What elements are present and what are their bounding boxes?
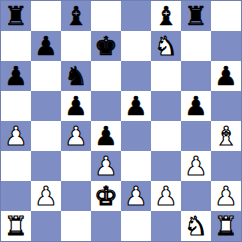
piece-white-pawn-icon: ♟	[184, 151, 207, 181]
square-g4[interactable]	[181, 121, 211, 151]
piece-white-pawn-icon: ♟	[214, 181, 237, 211]
square-d3[interactable]: ♟	[91, 151, 121, 181]
square-h5[interactable]	[211, 91, 241, 121]
square-e5[interactable]: ♟	[121, 91, 151, 121]
square-c7[interactable]	[61, 31, 91, 61]
chess-diagram: ♜♝♝♜♟♚♞♟♞♟♟♟♟♟♟♟♝♟♟♟♚♟♟♟♜♞♜	[0, 0, 242, 242]
square-a2[interactable]	[1, 181, 31, 211]
square-g1[interactable]: ♞	[181, 211, 211, 241]
square-h8[interactable]	[211, 1, 241, 31]
piece-white-pawn-icon: ♟	[34, 181, 57, 211]
piece-black-pawn-icon: ♟	[214, 61, 237, 91]
piece-white-bishop-icon: ♝	[214, 121, 237, 151]
square-d2[interactable]: ♚	[91, 181, 121, 211]
square-h7[interactable]	[211, 31, 241, 61]
square-h2[interactable]: ♟	[211, 181, 241, 211]
square-b4[interactable]	[31, 121, 61, 151]
square-h4[interactable]: ♝	[211, 121, 241, 151]
square-a7[interactable]	[1, 31, 31, 61]
square-b3[interactable]	[31, 151, 61, 181]
piece-white-pawn-icon: ♟	[154, 181, 177, 211]
square-e1[interactable]	[121, 211, 151, 241]
square-d7[interactable]: ♚	[91, 31, 121, 61]
square-b5[interactable]	[31, 91, 61, 121]
piece-black-pawn-icon: ♟	[184, 91, 207, 121]
square-b2[interactable]: ♟	[31, 181, 61, 211]
piece-black-knight-icon: ♞	[64, 61, 87, 91]
square-f1[interactable]	[151, 211, 181, 241]
square-d4[interactable]: ♟	[91, 121, 121, 151]
square-h6[interactable]: ♟	[211, 61, 241, 91]
piece-black-pawn-icon: ♟	[94, 121, 117, 151]
square-c2[interactable]	[61, 181, 91, 211]
square-e4[interactable]	[121, 121, 151, 151]
square-a1[interactable]: ♜	[1, 211, 31, 241]
square-c3[interactable]	[61, 151, 91, 181]
square-c1[interactable]	[61, 211, 91, 241]
square-a3[interactable]	[1, 151, 31, 181]
square-b1[interactable]	[31, 211, 61, 241]
square-g6[interactable]	[181, 61, 211, 91]
square-c6[interactable]: ♞	[61, 61, 91, 91]
square-e2[interactable]: ♟	[121, 181, 151, 211]
square-g5[interactable]: ♟	[181, 91, 211, 121]
square-a4[interactable]: ♟	[1, 121, 31, 151]
square-c8[interactable]: ♝	[61, 1, 91, 31]
square-f2[interactable]: ♟	[151, 181, 181, 211]
piece-black-bishop-icon: ♝	[154, 1, 177, 31]
piece-black-pawn-icon: ♟	[124, 91, 147, 121]
square-f3[interactable]	[151, 151, 181, 181]
piece-white-pawn-icon: ♟	[4, 121, 27, 151]
piece-white-king-icon: ♚	[94, 181, 117, 211]
square-f8[interactable]: ♝	[151, 1, 181, 31]
piece-black-pawn-icon: ♟	[64, 91, 87, 121]
square-d5[interactable]	[91, 91, 121, 121]
square-a6[interactable]: ♟	[1, 61, 31, 91]
piece-black-rook-icon: ♜	[184, 1, 207, 31]
piece-white-pawn-icon: ♟	[64, 121, 87, 151]
square-g3[interactable]: ♟	[181, 151, 211, 181]
chess-board: ♜♝♝♜♟♚♞♟♞♟♟♟♟♟♟♟♝♟♟♟♚♟♟♟♜♞♜	[0, 0, 242, 242]
square-f4[interactable]	[151, 121, 181, 151]
piece-black-pawn-icon: ♟	[4, 61, 27, 91]
square-c5[interactable]: ♟	[61, 91, 91, 121]
square-g2[interactable]	[181, 181, 211, 211]
square-f7[interactable]: ♞	[151, 31, 181, 61]
square-d6[interactable]	[91, 61, 121, 91]
square-d1[interactable]	[91, 211, 121, 241]
piece-black-king-icon: ♚	[94, 31, 117, 61]
square-g8[interactable]: ♜	[181, 1, 211, 31]
square-e3[interactable]	[121, 151, 151, 181]
square-b6[interactable]	[31, 61, 61, 91]
piece-white-knight-icon: ♞	[184, 211, 207, 241]
square-d8[interactable]	[91, 1, 121, 31]
square-f5[interactable]	[151, 91, 181, 121]
piece-white-pawn-icon: ♟	[94, 151, 117, 181]
piece-white-rook-icon: ♜	[214, 211, 237, 241]
square-e7[interactable]	[121, 31, 151, 61]
square-f6[interactable]	[151, 61, 181, 91]
square-h1[interactable]: ♜	[211, 211, 241, 241]
square-g7[interactable]	[181, 31, 211, 61]
square-b7[interactable]: ♟	[31, 31, 61, 61]
square-a8[interactable]: ♜	[1, 1, 31, 31]
piece-white-pawn-icon: ♟	[124, 181, 147, 211]
piece-white-rook-icon: ♜	[4, 211, 27, 241]
piece-black-pawn-icon: ♟	[34, 31, 57, 61]
square-b8[interactable]	[31, 1, 61, 31]
square-e6[interactable]	[121, 61, 151, 91]
piece-black-rook-icon: ♜	[4, 1, 27, 31]
square-e8[interactable]	[121, 1, 151, 31]
piece-black-bishop-icon: ♝	[64, 1, 87, 31]
square-c4[interactable]: ♟	[61, 121, 91, 151]
piece-white-knight-icon: ♞	[154, 31, 177, 61]
square-a5[interactable]	[1, 91, 31, 121]
square-h3[interactable]	[211, 151, 241, 181]
